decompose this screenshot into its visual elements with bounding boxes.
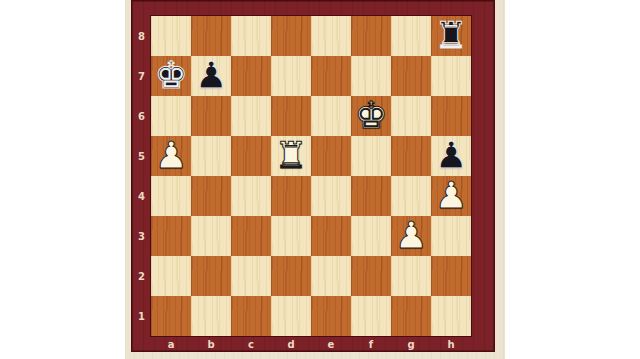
white-pawn-a5[interactable]: ♟	[151, 136, 191, 176]
square-b4[interactable]	[191, 176, 231, 216]
square-f5[interactable]	[351, 136, 391, 176]
square-e6[interactable]	[311, 96, 351, 136]
square-g6[interactable]	[391, 96, 431, 136]
square-d8[interactable]	[271, 16, 311, 56]
square-c2[interactable]	[231, 256, 271, 296]
square-b5[interactable]	[191, 136, 231, 176]
square-h6[interactable]	[431, 96, 471, 136]
square-g8[interactable]	[391, 16, 431, 56]
square-c7[interactable]	[231, 56, 271, 96]
square-f4[interactable]	[351, 176, 391, 216]
square-h2[interactable]	[431, 256, 471, 296]
square-d7[interactable]	[271, 56, 311, 96]
square-e8[interactable]	[311, 16, 351, 56]
square-g7[interactable]	[391, 56, 431, 96]
square-e7[interactable]	[311, 56, 351, 96]
rank-label-6: 6	[132, 96, 151, 136]
rank-label-5: 5	[132, 136, 151, 176]
file-label-b: b	[191, 336, 231, 353]
square-g5[interactable]	[391, 136, 431, 176]
file-label-a: a	[151, 336, 191, 353]
square-d3[interactable]	[271, 216, 311, 256]
square-a6[interactable]	[151, 96, 191, 136]
square-c1[interactable]	[231, 296, 271, 336]
black-pawn-h5[interactable]: ♟	[431, 136, 471, 176]
white-rook-d5[interactable]: ♜	[271, 136, 311, 176]
white-pawn-h4[interactable]: ♟	[431, 176, 471, 216]
square-e4[interactable]	[311, 176, 351, 216]
file-label-e: e	[311, 336, 351, 353]
black-pawn-b7[interactable]: ♟	[191, 56, 231, 96]
square-d4[interactable]	[271, 176, 311, 216]
square-b8[interactable]	[191, 16, 231, 56]
square-b7[interactable]: ♟	[191, 56, 231, 96]
square-a1[interactable]	[151, 296, 191, 336]
square-c4[interactable]	[231, 176, 271, 216]
square-e1[interactable]	[311, 296, 351, 336]
square-e5[interactable]	[311, 136, 351, 176]
board-grid: ♜♚♟♚♟♜♟♟♟	[151, 16, 471, 336]
square-a7[interactable]: ♚	[151, 56, 191, 96]
square-e2[interactable]	[311, 256, 351, 296]
square-f8[interactable]	[351, 16, 391, 56]
square-h3[interactable]	[431, 216, 471, 256]
square-c8[interactable]	[231, 16, 271, 56]
square-h8[interactable]: ♜	[431, 16, 471, 56]
square-g1[interactable]	[391, 296, 431, 336]
rank-label-7: 7	[132, 56, 151, 96]
square-a2[interactable]	[151, 256, 191, 296]
square-f1[interactable]	[351, 296, 391, 336]
rank-label-8: 8	[132, 16, 151, 56]
square-c5[interactable]	[231, 136, 271, 176]
square-d5[interactable]: ♜	[271, 136, 311, 176]
square-f7[interactable]	[351, 56, 391, 96]
square-h5[interactable]: ♟	[431, 136, 471, 176]
square-d2[interactable]	[271, 256, 311, 296]
square-b2[interactable]	[191, 256, 231, 296]
square-a5[interactable]: ♟	[151, 136, 191, 176]
rank-labels: 87654321	[132, 16, 151, 336]
square-g4[interactable]	[391, 176, 431, 216]
black-rook-h8[interactable]: ♜	[431, 16, 471, 56]
rank-label-3: 3	[132, 216, 151, 256]
white-king-f6[interactable]: ♚	[351, 96, 391, 136]
page: 87654321 abcdefgh ♜♚♟♚♟♜♟♟♟	[0, 0, 640, 359]
square-a3[interactable]	[151, 216, 191, 256]
rank-label-1: 1	[132, 296, 151, 336]
file-label-g: g	[391, 336, 431, 353]
square-g2[interactable]	[391, 256, 431, 296]
square-a4[interactable]	[151, 176, 191, 216]
square-f2[interactable]	[351, 256, 391, 296]
square-h4[interactable]: ♟	[431, 176, 471, 216]
square-c6[interactable]	[231, 96, 271, 136]
square-h1[interactable]	[431, 296, 471, 336]
square-d1[interactable]	[271, 296, 311, 336]
white-pawn-g3[interactable]: ♟	[391, 216, 431, 256]
black-king-a7[interactable]: ♚	[151, 56, 191, 96]
rank-label-2: 2	[132, 256, 151, 296]
file-label-c: c	[231, 336, 271, 353]
square-c3[interactable]	[231, 216, 271, 256]
file-label-h: h	[431, 336, 471, 353]
file-label-d: d	[271, 336, 311, 353]
rank-label-4: 4	[132, 176, 151, 216]
square-b3[interactable]	[191, 216, 231, 256]
square-f3[interactable]	[351, 216, 391, 256]
file-labels: abcdefgh	[151, 336, 471, 353]
square-d6[interactable]	[271, 96, 311, 136]
file-label-f: f	[351, 336, 391, 353]
square-b6[interactable]	[191, 96, 231, 136]
square-g3[interactable]: ♟	[391, 216, 431, 256]
square-e3[interactable]	[311, 216, 351, 256]
square-b1[interactable]	[191, 296, 231, 336]
chessboard-frame: 87654321 abcdefgh ♜♚♟♚♟♜♟♟♟	[131, 0, 495, 352]
square-a8[interactable]	[151, 16, 191, 56]
square-f6[interactable]: ♚	[351, 96, 391, 136]
square-h7[interactable]	[431, 56, 471, 96]
